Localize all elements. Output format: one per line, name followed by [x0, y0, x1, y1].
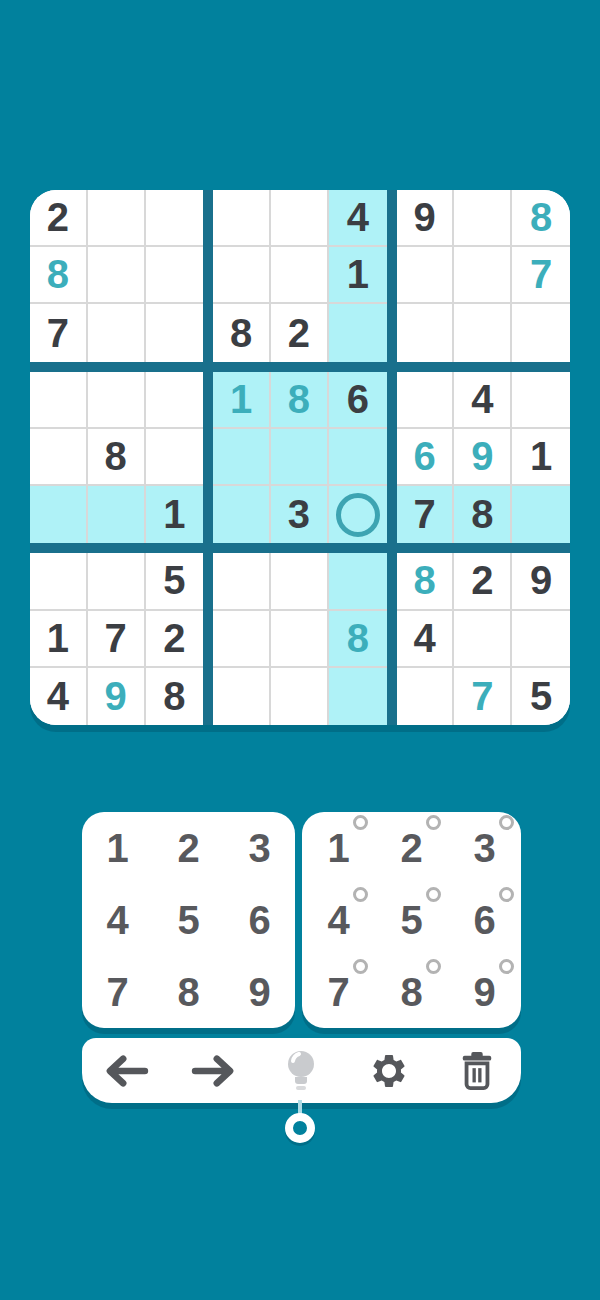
notes-pad: 123456789 — [302, 812, 521, 1028]
cell-r7c4[interactable] — [213, 553, 271, 610]
cell-r5c3[interactable] — [146, 429, 204, 486]
redo-arrow-icon — [191, 1054, 237, 1088]
cell-r7c8[interactable]: 2 — [454, 553, 512, 610]
cell-r4c4[interactable]: 1 — [213, 372, 271, 429]
redo-button[interactable] — [184, 1041, 244, 1101]
cell-r8c5[interactable] — [271, 611, 329, 668]
cell-r9c3[interactable]: 8 — [146, 668, 204, 725]
box-3-2: 8 — [213, 553, 386, 725]
cell-r1c8[interactable] — [454, 190, 512, 247]
note-mark-icon — [426, 887, 441, 902]
cell-r1c4[interactable] — [213, 190, 271, 247]
cell-r3c5[interactable]: 2 — [271, 304, 329, 361]
note-mark-icon — [499, 887, 514, 902]
cell-r6c8[interactable]: 8 — [454, 486, 512, 543]
cell-r9c4[interactable] — [213, 668, 271, 725]
cell-r1c9[interactable]: 8 — [512, 190, 570, 247]
numpad-key-2[interactable]: 2 — [153, 812, 224, 884]
numpad-key-4[interactable]: 4 — [82, 884, 153, 956]
cell-r1c5[interactable] — [271, 190, 329, 247]
notes-key-8[interactable]: 8 — [375, 956, 448, 1028]
cell-r4c1[interactable] — [30, 372, 88, 429]
cell-r5c5[interactable] — [271, 429, 329, 486]
note-mark-icon — [499, 959, 514, 974]
cell-r6c5[interactable]: 3 — [271, 486, 329, 543]
box-1-2: 4182 — [213, 190, 386, 362]
cell-r7c5[interactable] — [271, 553, 329, 610]
cell-r7c1[interactable] — [30, 553, 88, 610]
trash-icon — [458, 1050, 496, 1092]
cell-r4c9[interactable] — [512, 372, 570, 429]
cell-r3c3[interactable] — [146, 304, 204, 361]
note-mark-icon — [426, 959, 441, 974]
cell-r6c4[interactable] — [213, 486, 271, 543]
cell-r4c7[interactable] — [397, 372, 455, 429]
cell-r4c6[interactable]: 6 — [329, 372, 387, 429]
cell-r9c9[interactable]: 5 — [512, 668, 570, 725]
notes-key-4[interactable]: 4 — [302, 884, 375, 956]
selection-ring — [336, 493, 380, 537]
cell-r2c4[interactable] — [213, 247, 271, 304]
cell-r8c4[interactable] — [213, 611, 271, 668]
cell-r1c1[interactable]: 2 — [30, 190, 88, 247]
cell-r1c2[interactable] — [88, 190, 146, 247]
cell-r3c6[interactable] — [329, 304, 387, 361]
cell-r5c2[interactable]: 8 — [88, 429, 146, 486]
numpad-key-9[interactable]: 9 — [224, 956, 295, 1028]
settings-button[interactable] — [359, 1041, 419, 1101]
cell-r8c8[interactable] — [454, 611, 512, 668]
cell-r8c6[interactable]: 8 — [329, 611, 387, 668]
cell-r3c9[interactable] — [512, 304, 570, 361]
cell-r9c6[interactable] — [329, 668, 387, 725]
cell-r2c1[interactable]: 8 — [30, 247, 88, 304]
cell-r4c8[interactable]: 4 — [454, 372, 512, 429]
toolbar — [82, 1038, 521, 1103]
delete-button[interactable] — [447, 1041, 507, 1101]
notes-key-7[interactable]: 7 — [302, 956, 375, 1028]
numpad-key-8[interactable]: 8 — [153, 956, 224, 1028]
notes-key-3[interactable]: 3 — [448, 812, 521, 884]
cell-r2c2[interactable] — [88, 247, 146, 304]
cell-r7c2[interactable] — [88, 553, 146, 610]
cell-r9c7[interactable] — [397, 668, 455, 725]
notes-key-2[interactable]: 2 — [375, 812, 448, 884]
box-2-1: 81 — [30, 372, 203, 544]
cell-r9c2[interactable]: 9 — [88, 668, 146, 725]
numpad-key-6[interactable]: 6 — [224, 884, 295, 956]
sudoku-app: 287418298781186346917851724988829475 123… — [0, 0, 600, 1300]
numpad-key-1[interactable]: 1 — [82, 812, 153, 884]
cell-r3c7[interactable] — [397, 304, 455, 361]
note-mark-icon — [353, 887, 368, 902]
note-mark-icon — [426, 815, 441, 830]
hint-button[interactable] — [271, 1041, 331, 1101]
note-mark-icon — [353, 815, 368, 830]
cell-r9c1[interactable]: 4 — [30, 668, 88, 725]
cell-r3c1[interactable]: 7 — [30, 304, 88, 361]
cell-r8c3[interactable]: 2 — [146, 611, 204, 668]
cell-r6c2[interactable] — [88, 486, 146, 543]
cell-r5c1[interactable] — [30, 429, 88, 486]
notes-key-1[interactable]: 1 — [302, 812, 375, 884]
hint-pull-ring[interactable] — [285, 1113, 315, 1143]
cell-r4c3[interactable] — [146, 372, 204, 429]
box-2-3: 469178 — [397, 372, 570, 544]
cell-r8c7[interactable]: 4 — [397, 611, 455, 668]
note-mark-icon — [353, 959, 368, 974]
gear-icon — [369, 1051, 409, 1091]
lightbulb-icon — [281, 1049, 321, 1093]
undo-button[interactable] — [96, 1041, 156, 1101]
cell-r6c9[interactable] — [512, 486, 570, 543]
cell-r7c9[interactable]: 9 — [512, 553, 570, 610]
notes-key-6[interactable]: 6 — [448, 884, 521, 956]
cell-r5c6[interactable] — [329, 429, 387, 486]
box-1-1: 287 — [30, 190, 203, 362]
number-pad: 123456789 — [82, 812, 295, 1028]
cell-r2c8[interactable] — [454, 247, 512, 304]
box-3-1: 5172498 — [30, 553, 203, 725]
cell-r8c1[interactable]: 1 — [30, 611, 88, 668]
cell-r6c6[interactable] — [329, 486, 387, 543]
cell-r2c6[interactable]: 1 — [329, 247, 387, 304]
cell-r4c5[interactable]: 8 — [271, 372, 329, 429]
cell-r2c5[interactable] — [271, 247, 329, 304]
cell-r5c7[interactable]: 6 — [397, 429, 455, 486]
cell-r5c8[interactable]: 9 — [454, 429, 512, 486]
cell-r9c5[interactable] — [271, 668, 329, 725]
cell-r5c9[interactable]: 1 — [512, 429, 570, 486]
box-3-3: 829475 — [397, 553, 570, 725]
numpad-key-5[interactable]: 5 — [153, 884, 224, 956]
cell-r2c7[interactable] — [397, 247, 455, 304]
cell-r1c7[interactable]: 9 — [397, 190, 455, 247]
cell-r8c9[interactable] — [512, 611, 570, 668]
cell-r3c2[interactable] — [88, 304, 146, 361]
cell-r3c4[interactable]: 8 — [213, 304, 271, 361]
cell-r6c7[interactable]: 7 — [397, 486, 455, 543]
cell-r7c3[interactable]: 5 — [146, 553, 204, 610]
cell-r6c3[interactable]: 1 — [146, 486, 204, 543]
notes-key-9[interactable]: 9 — [448, 956, 521, 1028]
notes-key-5[interactable]: 5 — [375, 884, 448, 956]
numpad-key-7[interactable]: 7 — [82, 956, 153, 1028]
cell-r8c2[interactable]: 7 — [88, 611, 146, 668]
cell-r7c6[interactable] — [329, 553, 387, 610]
cell-r7c7[interactable]: 8 — [397, 553, 455, 610]
cell-r2c3[interactable] — [146, 247, 204, 304]
cell-r1c6[interactable]: 4 — [329, 190, 387, 247]
cell-r2c9[interactable]: 7 — [512, 247, 570, 304]
cell-r1c3[interactable] — [146, 190, 204, 247]
sudoku-board: 287418298781186346917851724988829475 — [30, 190, 570, 725]
cell-r5c4[interactable] — [213, 429, 271, 486]
cell-r6c1[interactable] — [30, 486, 88, 543]
cell-r4c2[interactable] — [88, 372, 146, 429]
cell-r9c8[interactable]: 7 — [454, 668, 512, 725]
cell-r3c8[interactable] — [454, 304, 512, 361]
box-1-3: 987 — [397, 190, 570, 362]
box-2-2: 1863 — [213, 372, 386, 544]
numpad-key-3[interactable]: 3 — [224, 812, 295, 884]
note-mark-icon — [499, 815, 514, 830]
undo-arrow-icon — [103, 1054, 149, 1088]
